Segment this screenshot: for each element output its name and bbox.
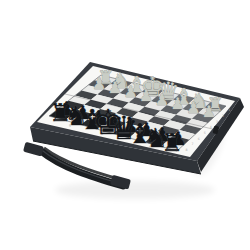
rank-label: 4 — [210, 125, 212, 129]
rank-label: 1 — [228, 108, 230, 112]
piece-white-pawn-c2: ♟ — [170, 94, 184, 113]
piece-black-rook-a8: ♜ — [161, 129, 183, 157]
rank-label: 6 — [198, 137, 200, 141]
rank-label: 5 — [204, 131, 206, 135]
piece-white-pawn-e2: ♟ — [139, 86, 153, 105]
piece-white-pawn-f2: ♟ — [123, 82, 137, 101]
piece-white-pawn-g2: ♟ — [108, 78, 122, 97]
rank-label: 7 — [192, 142, 194, 146]
piece-white-pawn-a2: ♟ — [202, 102, 216, 121]
product-photo: hgfedcba12345678♜♞♝♚♛♝♞♜♟♟♟♟♟♟♟♟♟♟♟♟♟♟♟♟… — [0, 0, 250, 250]
chess-set: hgfedcba12345678♜♞♝♚♛♝♞♜♟♟♟♟♟♟♟♟♟♟♟♟♟♟♟♟… — [0, 0, 250, 250]
piece-white-pawn-d2: ♟ — [155, 90, 169, 109]
rank-label: 3 — [216, 120, 218, 124]
piece-white-pawn-h2: ♟ — [92, 74, 106, 93]
floor-shadow — [55, 181, 215, 199]
piece-white-pawn-b2: ♟ — [186, 98, 200, 117]
case-clasp-left — [23, 142, 44, 157]
